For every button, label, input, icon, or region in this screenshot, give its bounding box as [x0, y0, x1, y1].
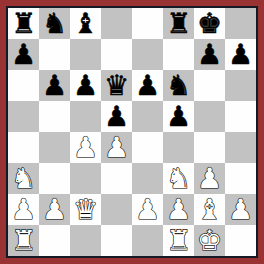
- square-c2[interactable]: ♛: [70, 194, 101, 225]
- square-b8[interactable]: ♞: [39, 8, 70, 39]
- square-c1[interactable]: [70, 225, 101, 256]
- piece-white-rook: ♜: [11, 225, 36, 256]
- square-e4[interactable]: [132, 132, 163, 163]
- square-e3[interactable]: [132, 163, 163, 194]
- square-d4[interactable]: ♟: [101, 132, 132, 163]
- square-d2[interactable]: [101, 194, 132, 225]
- square-d6[interactable]: ♛: [101, 70, 132, 101]
- square-b1[interactable]: [39, 225, 70, 256]
- square-h2[interactable]: ♟: [225, 194, 256, 225]
- piece-white-knight: ♞: [166, 163, 191, 194]
- square-a7[interactable]: ♟: [8, 39, 39, 70]
- piece-black-rook: ♜: [11, 8, 36, 39]
- piece-black-pawn: ♟: [42, 70, 67, 101]
- square-c5[interactable]: [70, 101, 101, 132]
- square-f5[interactable]: ♟: [163, 101, 194, 132]
- piece-white-pawn: ♟: [104, 132, 129, 163]
- square-f1[interactable]: ♜: [163, 225, 194, 256]
- piece-black-knight: ♞: [166, 70, 191, 101]
- square-c4[interactable]: ♟: [70, 132, 101, 163]
- square-g7[interactable]: ♟: [194, 39, 225, 70]
- piece-black-knight: ♞: [42, 8, 67, 39]
- square-h3[interactable]: [225, 163, 256, 194]
- piece-white-king: ♚: [197, 225, 222, 256]
- square-b7[interactable]: [39, 39, 70, 70]
- square-d3[interactable]: [101, 163, 132, 194]
- square-e2[interactable]: ♟: [132, 194, 163, 225]
- piece-white-pawn: ♟: [42, 194, 67, 225]
- square-b6[interactable]: ♟: [39, 70, 70, 101]
- board-frame: ♜♞♝♜♚♟♟♟♟♟♛♟♞♟♟♟♟♞♞♟♟♟♛♟♟♝♟♜♜♚: [0, 0, 264, 264]
- square-f3[interactable]: ♞: [163, 163, 194, 194]
- piece-white-pawn: ♟: [135, 194, 160, 225]
- square-d1[interactable]: [101, 225, 132, 256]
- square-g5[interactable]: [194, 101, 225, 132]
- piece-black-queen: ♛: [104, 70, 129, 101]
- square-c3[interactable]: [70, 163, 101, 194]
- square-g2[interactable]: ♝: [194, 194, 225, 225]
- square-f8[interactable]: ♜: [163, 8, 194, 39]
- square-f2[interactable]: ♟: [163, 194, 194, 225]
- square-a2[interactable]: ♟: [8, 194, 39, 225]
- square-b4[interactable]: [39, 132, 70, 163]
- square-b5[interactable]: [39, 101, 70, 132]
- square-a3[interactable]: ♞: [8, 163, 39, 194]
- square-e6[interactable]: ♟: [132, 70, 163, 101]
- square-e7[interactable]: [132, 39, 163, 70]
- square-h5[interactable]: [225, 101, 256, 132]
- piece-white-pawn: ♟: [11, 194, 36, 225]
- square-h4[interactable]: [225, 132, 256, 163]
- square-g1[interactable]: ♚: [194, 225, 225, 256]
- piece-black-pawn: ♟: [197, 39, 222, 70]
- piece-white-knight: ♞: [11, 163, 36, 194]
- square-a1[interactable]: ♜: [8, 225, 39, 256]
- square-a5[interactable]: [8, 101, 39, 132]
- chess-board: ♜♞♝♜♚♟♟♟♟♟♛♟♞♟♟♟♟♞♞♟♟♟♛♟♟♝♟♜♜♚: [6, 6, 258, 258]
- piece-black-rook: ♜: [166, 8, 191, 39]
- square-h6[interactable]: [225, 70, 256, 101]
- square-f6[interactable]: ♞: [163, 70, 194, 101]
- square-e1[interactable]: [132, 225, 163, 256]
- square-a6[interactable]: [8, 70, 39, 101]
- square-b3[interactable]: [39, 163, 70, 194]
- piece-white-pawn: ♟: [73, 132, 98, 163]
- square-h8[interactable]: [225, 8, 256, 39]
- square-h7[interactable]: ♟: [225, 39, 256, 70]
- square-d5[interactable]: ♟: [101, 101, 132, 132]
- piece-black-pawn: ♟: [11, 39, 36, 70]
- piece-white-pawn: ♟: [197, 163, 222, 194]
- square-h1[interactable]: [225, 225, 256, 256]
- square-g8[interactable]: ♚: [194, 8, 225, 39]
- piece-black-pawn: ♟: [228, 39, 253, 70]
- square-a4[interactable]: [8, 132, 39, 163]
- square-c7[interactable]: [70, 39, 101, 70]
- square-g3[interactable]: ♟: [194, 163, 225, 194]
- square-c8[interactable]: ♝: [70, 8, 101, 39]
- square-f4[interactable]: [163, 132, 194, 163]
- piece-black-pawn: ♟: [135, 70, 160, 101]
- piece-white-pawn: ♟: [166, 194, 191, 225]
- square-g6[interactable]: [194, 70, 225, 101]
- piece-white-bishop: ♝: [197, 194, 222, 225]
- square-c6[interactable]: ♟: [70, 70, 101, 101]
- piece-black-pawn: ♟: [166, 101, 191, 132]
- piece-white-rook: ♜: [166, 225, 191, 256]
- piece-black-pawn: ♟: [104, 101, 129, 132]
- square-e5[interactable]: [132, 101, 163, 132]
- square-g4[interactable]: [194, 132, 225, 163]
- piece-black-king: ♚: [197, 8, 222, 39]
- square-a8[interactable]: ♜: [8, 8, 39, 39]
- piece-black-pawn: ♟: [73, 70, 98, 101]
- square-e8[interactable]: [132, 8, 163, 39]
- piece-black-bishop: ♝: [73, 8, 98, 39]
- square-f7[interactable]: [163, 39, 194, 70]
- square-b2[interactable]: ♟: [39, 194, 70, 225]
- piece-white-queen: ♛: [73, 194, 98, 225]
- square-d7[interactable]: [101, 39, 132, 70]
- square-d8[interactable]: [101, 8, 132, 39]
- piece-white-pawn: ♟: [228, 194, 253, 225]
